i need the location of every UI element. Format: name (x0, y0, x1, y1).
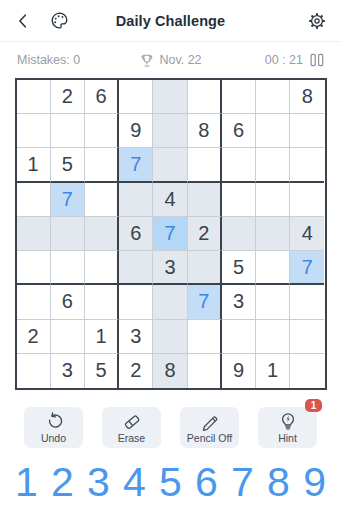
undo-button[interactable]: Undo (24, 407, 83, 448)
cell-r5c4[interactable]: 6 (119, 217, 153, 251)
cell-r2c6[interactable]: 8 (188, 114, 222, 148)
cell-r4c9[interactable] (290, 183, 324, 217)
cell-r5c6[interactable]: 2 (188, 217, 222, 251)
cell-r8c5[interactable] (153, 320, 187, 354)
settings-button[interactable] (307, 11, 327, 31)
numpad-digit-9[interactable]: 9 (303, 462, 326, 503)
cell-r7c1[interactable] (17, 285, 51, 319)
cell-r6c9[interactable]: 7 (290, 251, 324, 285)
cell-r1c9[interactable]: 8 (290, 80, 324, 114)
cell-r1c3[interactable]: 6 (85, 80, 119, 114)
status-bar: Mistakes: 0 Nov. 22 00 : 21 (0, 50, 341, 70)
cell-r5c7[interactable] (222, 217, 256, 251)
cell-r9c2[interactable]: 3 (51, 354, 85, 388)
numpad-digit-6[interactable]: 6 (195, 462, 218, 503)
cell-r6c1[interactable] (17, 251, 51, 285)
numpad-digit-1[interactable]: 1 (15, 462, 38, 503)
cell-r6c3[interactable] (85, 251, 119, 285)
cell-r7c7[interactable]: 3 (222, 285, 256, 319)
cell-r3c2[interactable]: 5 (51, 148, 85, 182)
numpad-digit-3[interactable]: 3 (87, 462, 110, 503)
sudoku-board: 268986157746724357673213352891 (15, 78, 327, 390)
cell-r9c4[interactable]: 2 (119, 354, 153, 388)
cell-r6c8[interactable] (256, 251, 290, 285)
cell-r8c4[interactable]: 3 (119, 320, 153, 354)
cell-r6c7[interactable]: 5 (222, 251, 256, 285)
pencil-icon (200, 411, 220, 431)
cell-r2c2[interactable] (51, 114, 85, 148)
header: Daily Challenge (0, 0, 341, 42)
cell-r2c9[interactable] (290, 114, 324, 148)
cell-r5c5[interactable]: 7 (153, 217, 187, 251)
cell-r2c7[interactable]: 6 (222, 114, 256, 148)
pause-icon (310, 53, 324, 67)
cell-r4c4[interactable] (119, 183, 153, 217)
mistakes-counter: Mistakes: 0 (17, 53, 80, 67)
cell-r3c7[interactable] (222, 148, 256, 182)
cell-r5c9[interactable]: 4 (290, 217, 324, 251)
numpad-digit-7[interactable]: 7 (231, 462, 254, 503)
cell-r9c8[interactable]: 1 (256, 354, 290, 388)
numpad-digit-2[interactable]: 2 (51, 462, 74, 503)
cell-r6c2[interactable] (51, 251, 85, 285)
cell-r6c6[interactable] (188, 251, 222, 285)
cell-r6c5[interactable]: 3 (153, 251, 187, 285)
cell-r1c2[interactable]: 2 (51, 80, 85, 114)
cell-r4c3[interactable] (85, 183, 119, 217)
undo-label: Undo (41, 432, 66, 444)
cell-r5c1[interactable] (17, 217, 51, 251)
timer-group: 00 : 21 (265, 53, 324, 67)
gear-icon (307, 11, 327, 31)
cell-r2c1[interactable] (17, 114, 51, 148)
number-pad: 123456789 (15, 462, 326, 503)
cell-r7c6[interactable]: 7 (188, 285, 222, 319)
cell-r1c8[interactable] (256, 80, 290, 114)
cell-r4c8[interactable] (256, 183, 290, 217)
cell-r6c4[interactable] (119, 251, 153, 285)
cell-r9c9[interactable] (290, 354, 324, 388)
cell-r3c5[interactable] (153, 148, 187, 182)
numpad-digit-8[interactable]: 8 (267, 462, 290, 503)
pause-button[interactable] (310, 53, 324, 67)
cell-r9c7[interactable]: 9 (222, 354, 256, 388)
cell-r5c2[interactable] (51, 217, 85, 251)
cell-r8c8[interactable] (256, 320, 290, 354)
lightbulb-icon (278, 411, 298, 431)
cell-r3c4[interactable]: 7 (119, 148, 153, 182)
pencil-button[interactable]: Pencil Off (180, 407, 239, 448)
cell-r7c3[interactable] (85, 285, 119, 319)
cell-r9c3[interactable]: 5 (85, 354, 119, 388)
back-button[interactable] (14, 12, 32, 30)
cell-r7c8[interactable] (256, 285, 290, 319)
sudoku-app-screen: Daily Challenge Mistakes: 0 (0, 0, 341, 512)
toolbar: Undo Erase Pencil Off (24, 407, 317, 448)
numpad-digit-5[interactable]: 5 (159, 462, 182, 503)
cell-r4c2[interactable]: 7 (51, 183, 85, 217)
cell-r2c8[interactable] (256, 114, 290, 148)
hint-badge: 1 (305, 399, 322, 412)
cell-r8c7[interactable] (222, 320, 256, 354)
cell-r2c5[interactable] (153, 114, 187, 148)
cell-r1c1[interactable] (17, 80, 51, 114)
cell-r3c8[interactable] (256, 148, 290, 182)
date-label: Nov. 22 (159, 53, 201, 67)
numpad-digit-4[interactable]: 4 (123, 462, 146, 503)
cell-r4c1[interactable] (17, 183, 51, 217)
cell-r4c7[interactable] (222, 183, 256, 217)
hint-button[interactable]: 1 Hint (258, 407, 317, 448)
cell-r4c6[interactable] (188, 183, 222, 217)
cell-r1c7[interactable] (222, 80, 256, 114)
hint-label: Hint (278, 432, 297, 444)
cell-r8c6[interactable] (188, 320, 222, 354)
theme-button[interactable] (49, 10, 70, 31)
cell-r7c2[interactable]: 6 (51, 285, 85, 319)
trophy-icon (139, 53, 153, 68)
erase-label: Erase (118, 432, 145, 444)
cell-r1c6[interactable] (188, 80, 222, 114)
cell-r8c1[interactable]: 2 (17, 320, 51, 354)
cell-r3c1[interactable]: 1 (17, 148, 51, 182)
daily-challenge-date: Nov. 22 (139, 53, 201, 68)
erase-button[interactable]: Erase (102, 407, 161, 448)
cell-r9c5[interactable]: 8 (153, 354, 187, 388)
header-left-group (14, 10, 70, 31)
cell-r9c6[interactable] (188, 354, 222, 388)
cell-r1c4[interactable] (119, 80, 153, 114)
cell-r7c5[interactable] (153, 285, 187, 319)
cell-r8c2[interactable] (51, 320, 85, 354)
cell-r2c4[interactable]: 9 (119, 114, 153, 148)
pencil-label: Pencil Off (187, 432, 232, 444)
eraser-icon (122, 411, 142, 431)
back-chevron-icon (14, 12, 32, 30)
cell-r2c3[interactable] (85, 114, 119, 148)
undo-icon (44, 411, 64, 431)
cell-r3c9[interactable] (290, 148, 324, 182)
cell-r7c9[interactable] (290, 285, 324, 319)
palette-icon (49, 10, 70, 31)
cell-r7c4[interactable] (119, 285, 153, 319)
timer-label: 00 : 21 (265, 53, 303, 67)
cell-r4c5[interactable]: 4 (153, 183, 187, 217)
cell-r5c3[interactable] (85, 217, 119, 251)
cell-r8c3[interactable]: 1 (85, 320, 119, 354)
cell-r9c1[interactable] (17, 354, 51, 388)
cell-r1c5[interactable] (153, 80, 187, 114)
cell-r5c8[interactable] (256, 217, 290, 251)
cell-r3c3[interactable] (85, 148, 119, 182)
cell-r3c6[interactable] (188, 148, 222, 182)
cell-r8c9[interactable] (290, 320, 324, 354)
